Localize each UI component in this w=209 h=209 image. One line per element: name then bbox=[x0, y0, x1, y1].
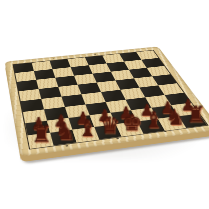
product-photo-stage: ♟♟♟♟♟♟♟♟♜♞♝♛♚♝♞♜ bbox=[0, 0, 209, 209]
dark-bishop: ♝ bbox=[76, 117, 99, 140]
dark-queen: ♛ bbox=[98, 114, 121, 137]
dark-rook: ♜ bbox=[185, 103, 207, 125]
dark-bishop: ♝ bbox=[142, 108, 164, 130]
dark-knight: ♞ bbox=[164, 106, 186, 128]
dark-rook: ♜ bbox=[30, 122, 53, 145]
square-a1: ♜ bbox=[28, 133, 54, 149]
frame-screw-dot bbox=[116, 138, 119, 140]
frame-screw-dot bbox=[66, 145, 69, 147]
chess-board: ♟♟♟♟♟♟♟♟♜♞♝♛♚♝♞♜ bbox=[5, 46, 209, 156]
board-squares: ♟♟♟♟♟♟♟♟♜♞♝♛♚♝♞♜ bbox=[13, 50, 207, 148]
frame-screw-dot bbox=[53, 58, 55, 59]
frame-screw-dot bbox=[95, 54, 97, 55]
square-b1: ♞ bbox=[50, 130, 76, 146]
dark-king: ♚ bbox=[121, 111, 144, 134]
square-c1: ♝ bbox=[72, 127, 99, 143]
dark-knight: ♞ bbox=[53, 119, 76, 142]
square-a6 bbox=[17, 80, 39, 91]
